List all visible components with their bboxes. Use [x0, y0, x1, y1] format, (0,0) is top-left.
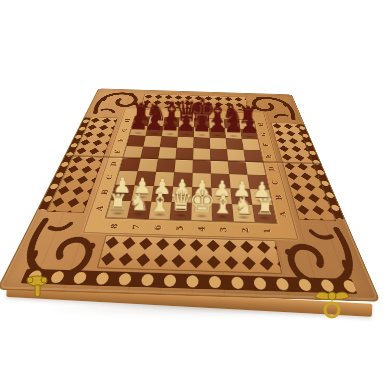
heart-cutout-icon: ♥ — [166, 111, 172, 115]
product-photo: ♥♥♥♥♥♥♥♥♥♥♥♥♥ 87654321 HGFEDCBA HGFEDCBA… — [0, 0, 390, 390]
white-rook[interactable]: ♜ — [252, 205, 276, 223]
chess-piece-glyph: ♜ — [255, 196, 276, 219]
rank-label: E — [259, 152, 278, 161]
chess-piece-glyph: ♞ — [128, 190, 150, 214]
rank-label: G — [115, 126, 133, 133]
chess-piece-glyph: ♝ — [211, 191, 235, 217]
brass-clasp-ring-icon — [312, 288, 352, 322]
board-panel: ♥♥♥♥♥♥♥♥♥♥♥♥♥ 87654321 HGFEDCBA HGFEDCBA… — [0, 89, 381, 302]
white-bishop[interactable]: ♝ — [212, 203, 234, 221]
heart-cutout-icon: ♥ — [217, 113, 222, 117]
white-knight[interactable]: ♞ — [232, 204, 255, 222]
brass-clasp-icon — [24, 274, 50, 306]
heart-cutout-icon: ♥ — [192, 112, 197, 116]
heart-cutout-icon: ♥ — [175, 112, 181, 116]
chess-piece-glyph: ♞ — [233, 193, 255, 217]
heart-cutout-icon: ♥ — [158, 111, 164, 115]
rank-label: H — [253, 121, 270, 128]
heart-cutout-icon: ♥ — [242, 114, 248, 118]
white-king[interactable]: ♚ — [191, 203, 212, 221]
heart-cutout-icon: ♥ — [150, 111, 156, 115]
rank-label: E — [108, 147, 128, 156]
rank-label: F — [112, 136, 131, 144]
heart-cutout-icon: ♥ — [225, 113, 231, 117]
chess-piece-glyph: ♜ — [108, 191, 129, 214]
rank-label: H — [119, 117, 136, 124]
rank-label: F — [257, 141, 275, 149]
heart-cutout-icon: ♥ — [141, 111, 147, 115]
heart-cutout-icon: ♥ — [234, 114, 240, 118]
heart-cutout-icon: ♥ — [183, 112, 188, 116]
heart-cutout-icon: ♥ — [209, 113, 214, 117]
rank-label: G — [255, 131, 272, 138]
heart-cutout-icon: ♥ — [200, 112, 205, 116]
